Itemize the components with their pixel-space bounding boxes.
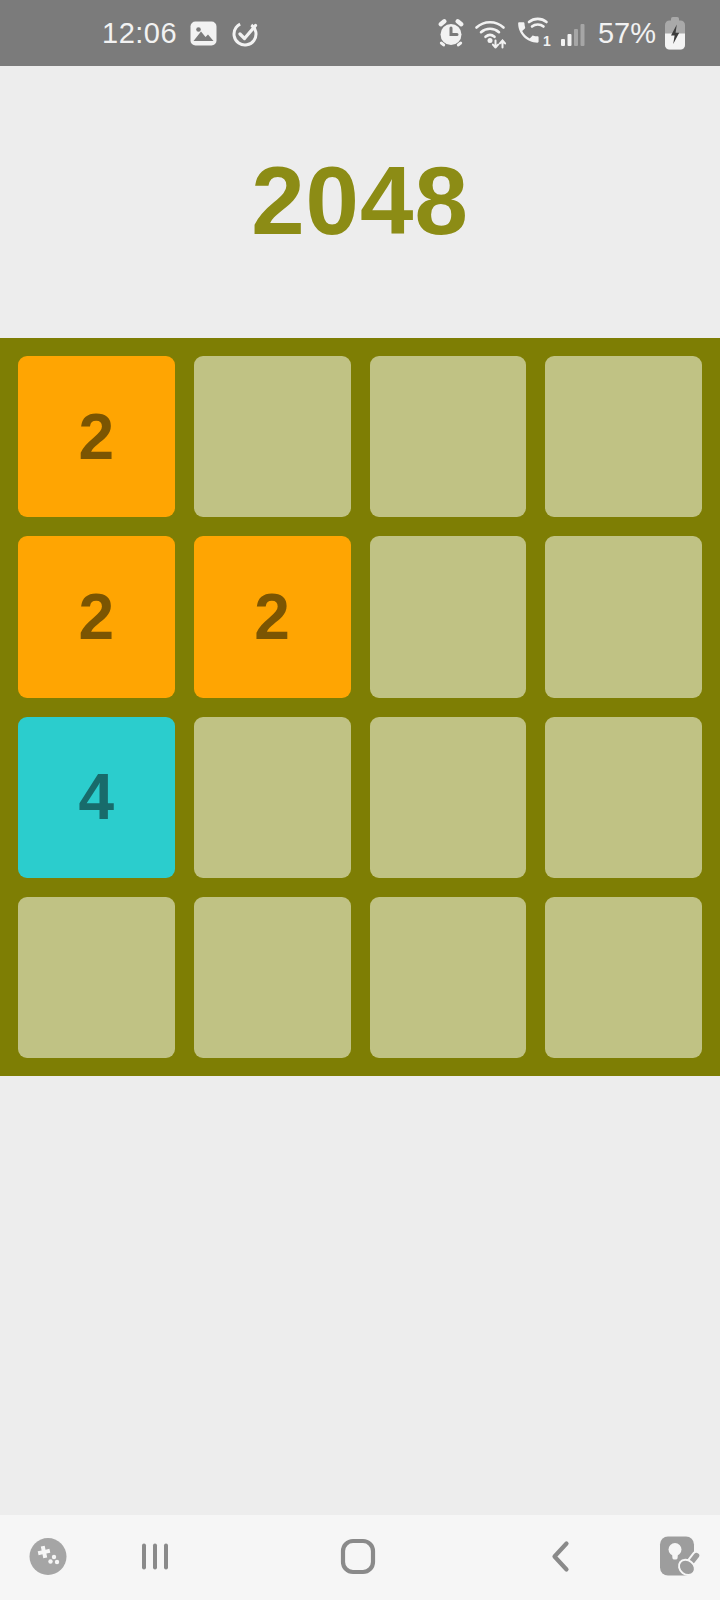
pin-window-button[interactable] [658,1535,704,1580]
empty-cell [370,356,527,517]
empty-cell [545,356,702,517]
battery-charging-icon [664,17,686,50]
empty-cell [545,897,702,1058]
tile-2: 2 [18,536,175,697]
image-notification-icon [190,20,217,47]
empty-cell [370,536,527,697]
back-button[interactable] [550,1540,571,1575]
signal-strength-icon [561,20,586,46]
status-bar: 12:06 [0,0,720,66]
game-launcher-button[interactable] [29,1537,67,1578]
battery-percent: 57% [598,17,656,50]
tile-4: 4 [18,717,175,878]
empty-cell [370,897,527,1058]
status-bar-right: 1 57% [437,17,686,50]
status-bar-left: 12:06 [102,17,261,50]
wifi-icon [473,17,507,49]
empty-cell [370,717,527,878]
tile-2: 2 [194,536,351,697]
empty-cell [194,717,351,878]
wifi-calling-sim1-icon: 1 [515,17,553,49]
screen: 12:06 [0,0,720,1600]
recents-button[interactable] [142,1542,169,1573]
empty-cell [545,536,702,697]
empty-cell [194,356,351,517]
pin-window-icon [658,1535,704,1580]
home-button[interactable] [340,1538,376,1577]
recents-icon [142,1542,169,1573]
svg-text:1: 1 [543,33,551,49]
empty-cell [545,717,702,878]
gamepad-icon [29,1537,67,1578]
game-board[interactable]: 2224 [0,338,720,1076]
back-chevron-icon [550,1540,571,1575]
tile-2: 2 [18,356,175,517]
empty-cell [18,897,175,1058]
check-circle-notification-icon [230,18,261,49]
empty-cell [194,897,351,1058]
home-icon [340,1538,376,1577]
alarm-icon [437,18,465,48]
navigation-bar [0,1515,720,1600]
app-title: 2048 [0,146,720,256]
status-time: 12:06 [102,17,177,50]
